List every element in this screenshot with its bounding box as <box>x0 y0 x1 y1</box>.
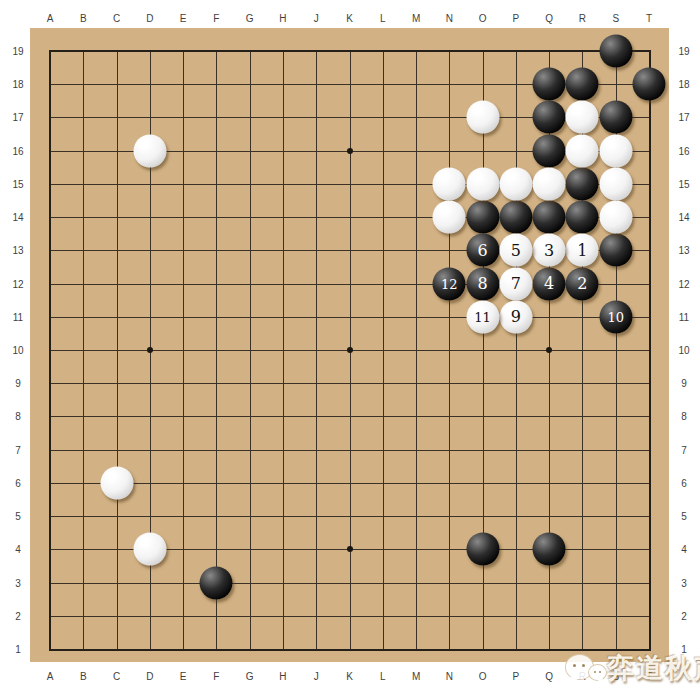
row-label-right-11: 11 <box>679 311 689 322</box>
row-label-left-11: 11 <box>13 311 23 322</box>
stone-white-O17 <box>466 101 499 134</box>
move-number: 9 <box>511 309 521 325</box>
column-label-top-D: D <box>146 13 153 24</box>
move-number: 7 <box>511 276 521 292</box>
stone-white-O15 <box>466 167 499 200</box>
stone-white-R17 <box>566 101 599 134</box>
column-label-bottom-Q: Q <box>545 671 553 682</box>
row-label-right-10: 10 <box>678 344 689 355</box>
move-number: 12 <box>441 277 458 290</box>
column-label-bottom-O: O <box>479 671 487 682</box>
column-label-top-Q: Q <box>545 13 553 24</box>
stone-black-N12: 12 <box>433 267 466 300</box>
column-label-bottom-K: K <box>346 671 353 682</box>
column-label-bottom-L: L <box>380 671 386 682</box>
stone-white-D16 <box>133 134 166 167</box>
row-label-right-15: 15 <box>678 178 689 189</box>
row-label-left-2: 2 <box>15 610 21 621</box>
row-label-right-6: 6 <box>681 477 687 488</box>
row-label-left-15: 15 <box>12 178 23 189</box>
column-label-top-K: K <box>346 13 353 24</box>
stone-black-S11: 10 <box>599 300 632 333</box>
column-label-bottom-C: C <box>113 671 120 682</box>
column-label-top-J: J <box>314 13 319 24</box>
stone-black-S17 <box>599 101 632 134</box>
watermark-text: 弈道秋声 <box>607 650 700 686</box>
stone-white-Q13: 3 <box>533 234 566 267</box>
column-label-bottom-P: P <box>513 671 520 682</box>
move-number: 1 <box>577 242 587 258</box>
column-label-bottom-J: J <box>314 671 319 682</box>
stone-white-P15 <box>499 167 532 200</box>
column-label-top-O: O <box>479 13 487 24</box>
move-number: 3 <box>544 242 554 258</box>
column-label-top-G: G <box>246 13 254 24</box>
move-number: 8 <box>478 276 488 292</box>
move-number: 10 <box>607 310 624 323</box>
stone-black-R12: 2 <box>566 267 599 300</box>
row-label-right-19: 19 <box>678 46 689 57</box>
move-number: 2 <box>577 276 587 292</box>
star-point-Q10 <box>546 347 552 353</box>
row-label-left-10: 10 <box>12 344 23 355</box>
stone-black-Q16 <box>533 134 566 167</box>
row-label-right-17: 17 <box>678 112 689 123</box>
column-label-top-H: H <box>279 13 286 24</box>
row-label-right-9: 9 <box>681 378 687 389</box>
stone-white-N14 <box>433 201 466 234</box>
row-label-left-7: 7 <box>15 444 21 455</box>
stone-black-O14 <box>466 201 499 234</box>
stone-black-S13 <box>599 234 632 267</box>
move-number: 4 <box>544 276 554 292</box>
stone-white-N15 <box>433 167 466 200</box>
stone-white-S15 <box>599 167 632 200</box>
column-label-top-E: E <box>180 13 187 24</box>
row-label-right-3: 3 <box>681 577 687 588</box>
column-label-top-L: L <box>380 13 386 24</box>
row-label-left-16: 16 <box>12 145 23 156</box>
stone-black-S19 <box>599 35 632 68</box>
column-label-top-T: T <box>646 13 652 24</box>
column-label-top-S: S <box>612 13 619 24</box>
row-label-right-5: 5 <box>681 511 687 522</box>
stone-black-P14 <box>499 201 532 234</box>
move-number: 6 <box>478 242 488 258</box>
column-label-top-P: P <box>513 13 520 24</box>
row-label-right-7: 7 <box>681 444 687 455</box>
stone-black-O13: 6 <box>466 234 499 267</box>
row-label-left-19: 19 <box>12 46 23 57</box>
go-board[interactable]: 612842101357911 <box>30 28 669 662</box>
column-label-bottom-E: E <box>180 671 187 682</box>
stone-black-T18 <box>633 68 666 101</box>
row-label-left-6: 6 <box>15 477 21 488</box>
stone-white-D4 <box>133 533 166 566</box>
stone-black-Q14 <box>533 201 566 234</box>
stone-white-C6 <box>100 466 133 499</box>
row-label-right-2: 2 <box>681 610 687 621</box>
wechat-icon <box>563 648 607 688</box>
stone-black-Q4 <box>533 533 566 566</box>
row-label-left-4: 4 <box>15 544 21 555</box>
stone-white-Q15 <box>533 167 566 200</box>
row-label-left-9: 9 <box>15 378 21 389</box>
stone-white-R16 <box>566 134 599 167</box>
watermark: 弈道秋声 <box>563 648 700 688</box>
stone-white-P11: 9 <box>499 300 532 333</box>
wechat-bubble-small <box>588 664 607 681</box>
stone-white-S16 <box>599 134 632 167</box>
stone-black-R15 <box>566 167 599 200</box>
column-label-top-N: N <box>446 13 453 24</box>
column-label-bottom-A: A <box>47 671 54 682</box>
row-label-left-14: 14 <box>12 212 23 223</box>
row-label-right-14: 14 <box>678 212 689 223</box>
row-label-left-8: 8 <box>15 411 21 422</box>
column-label-top-A: A <box>47 13 54 24</box>
row-label-left-5: 5 <box>15 511 21 522</box>
column-label-bottom-B: B <box>80 671 87 682</box>
stone-white-O11: 11 <box>466 300 499 333</box>
row-label-right-4: 4 <box>681 544 687 555</box>
column-label-bottom-N: N <box>446 671 453 682</box>
star-point-D10 <box>147 347 153 353</box>
stone-black-F3 <box>200 566 233 599</box>
row-label-right-13: 13 <box>678 245 689 256</box>
row-label-right-8: 8 <box>681 411 687 422</box>
column-label-bottom-D: D <box>146 671 153 682</box>
row-label-right-12: 12 <box>678 278 689 289</box>
row-label-right-16: 16 <box>678 145 689 156</box>
stone-black-O4 <box>466 533 499 566</box>
stone-black-Q17 <box>533 101 566 134</box>
stone-black-O12: 8 <box>466 267 499 300</box>
column-label-bottom-M: M <box>412 671 420 682</box>
stone-white-P12: 7 <box>499 267 532 300</box>
stone-white-S14 <box>599 201 632 234</box>
go-diagram-page: 612842101357911 AABBCCDDEEFFGGHHJJKKLLMM… <box>0 0 700 700</box>
column-label-top-R: R <box>579 13 586 24</box>
column-label-top-M: M <box>412 13 420 24</box>
stone-white-P13: 5 <box>499 234 532 267</box>
stone-black-Q12: 4 <box>533 267 566 300</box>
column-label-bottom-F: F <box>213 671 219 682</box>
column-label-bottom-G: G <box>246 671 254 682</box>
row-label-left-17: 17 <box>12 112 23 123</box>
row-label-left-13: 13 <box>12 245 23 256</box>
stone-black-R18 <box>566 68 599 101</box>
column-label-top-B: B <box>80 13 87 24</box>
row-label-left-12: 12 <box>12 278 23 289</box>
star-point-K10 <box>347 347 353 353</box>
row-label-left-18: 18 <box>12 79 23 90</box>
row-label-right-18: 18 <box>678 79 689 90</box>
star-point-K4 <box>347 546 353 552</box>
stone-black-R14 <box>566 201 599 234</box>
column-label-top-F: F <box>213 13 219 24</box>
move-number: 5 <box>511 242 521 258</box>
stone-white-R13: 1 <box>566 234 599 267</box>
move-number: 11 <box>474 310 491 323</box>
row-label-left-1: 1 <box>15 643 21 654</box>
row-label-left-3: 3 <box>15 577 21 588</box>
stone-black-Q18 <box>533 68 566 101</box>
column-label-top-C: C <box>113 13 120 24</box>
star-point-K16 <box>347 148 353 154</box>
column-label-bottom-H: H <box>279 671 286 682</box>
